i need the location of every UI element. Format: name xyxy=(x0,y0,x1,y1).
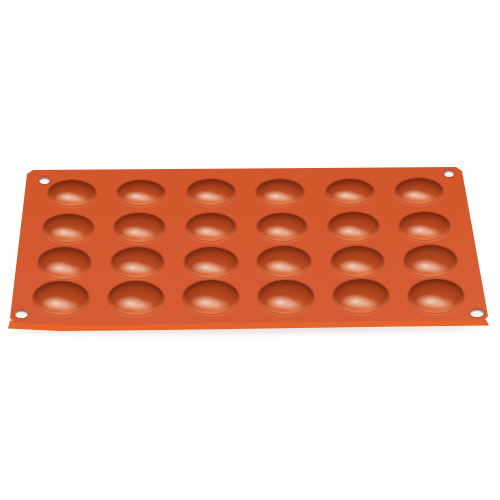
corner-hole-4 xyxy=(470,309,484,318)
mold-cavity-r2c4 xyxy=(257,213,308,241)
mold-cavity-r2c2 xyxy=(114,213,165,241)
mold-cavity-r2c6 xyxy=(399,212,450,240)
mold-cavity-r2c1 xyxy=(43,214,94,242)
product-photo-stage xyxy=(0,0,500,500)
mold-cavity-r4c3 xyxy=(183,280,239,314)
corner-hole-2 xyxy=(444,170,454,177)
mold-cavity-r3c4 xyxy=(257,246,310,277)
mold-cavity-r2c5 xyxy=(328,212,379,240)
mold-cavity-r4c4 xyxy=(258,280,314,314)
mold-cavity-r3c5 xyxy=(331,246,384,277)
mold-cavity-r4c6 xyxy=(408,279,464,313)
mold-cavity-r1c5 xyxy=(326,179,374,205)
mold-cavity-r1c1 xyxy=(48,180,96,206)
mold-cavity-r3c3 xyxy=(184,247,237,278)
mold-cavity-r3c2 xyxy=(111,247,164,278)
mold-cavity-r4c1 xyxy=(33,281,89,315)
mold-cavity-r3c1 xyxy=(38,247,91,278)
mold-cavity-r3c6 xyxy=(404,245,457,276)
mold-surface xyxy=(0,0,500,500)
mold-cavity-r4c2 xyxy=(108,281,164,315)
corner-hole-1 xyxy=(39,177,50,184)
corner-hole-3 xyxy=(15,310,28,319)
mold-cavity-r1c6 xyxy=(395,178,443,204)
mold-cavity-r1c3 xyxy=(187,179,235,205)
mold-cavity-r1c4 xyxy=(256,179,304,205)
mold-cavity-r4c5 xyxy=(333,279,389,313)
mold-cavity-r1c2 xyxy=(117,180,165,206)
mold-cavity-r2c3 xyxy=(186,213,237,241)
